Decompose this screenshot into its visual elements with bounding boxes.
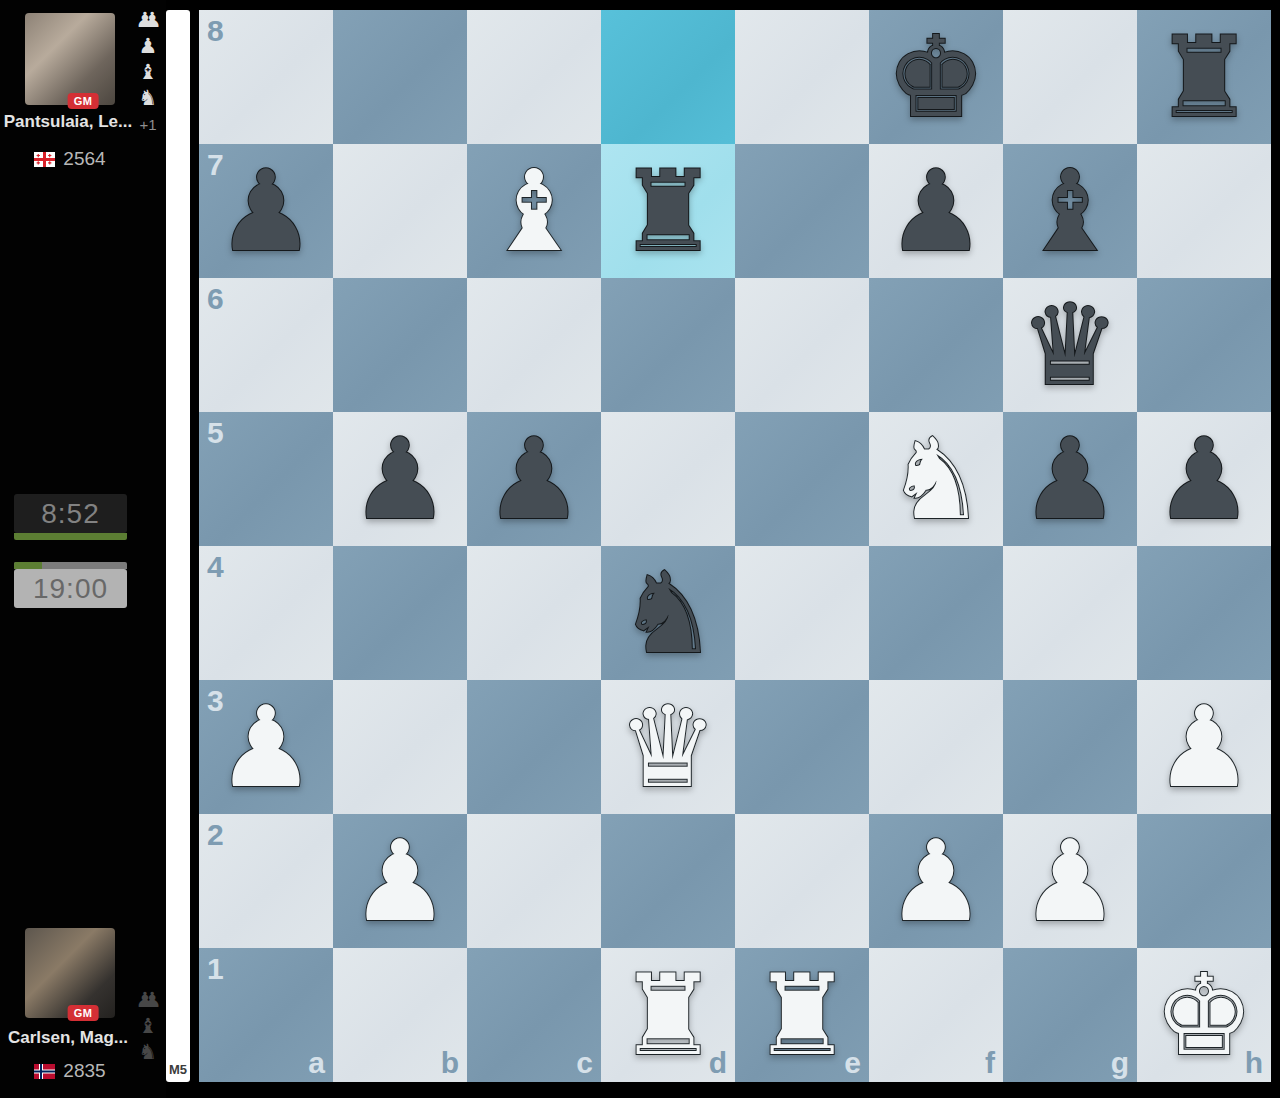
player-name-bottom: Carlsen, Mag... [2,1028,134,1048]
black-king-f8: ♚ [869,10,1003,144]
white-pawn-f2: ♟ [869,814,1003,948]
rank-label-8: 8 [207,16,224,46]
square-g4[interactable] [1003,546,1137,680]
black-pawn-b5: ♟ [333,412,467,546]
gm-title-badge-bottom: GM [68,1005,99,1021]
square-c3[interactable] [467,680,601,814]
square-g8[interactable] [1003,10,1137,144]
square-b6[interactable] [333,278,467,412]
square-a3[interactable]: 3♟ [199,680,333,814]
square-h4[interactable] [1137,546,1271,680]
clock-bottom-player: 19:00 [14,562,127,608]
evaluation-label: M5 [166,1062,190,1077]
square-h3[interactable]: ♟ [1137,680,1271,814]
square-c4[interactable] [467,546,601,680]
rating-row-top: 2564 [0,148,140,170]
white-pawn-h3: ♟ [1137,680,1271,814]
black-rook-h8: ♜ [1137,10,1271,144]
square-g7[interactable]: ♝ [1003,144,1137,278]
square-g5[interactable]: ♟ [1003,412,1137,546]
rank-label-1: 1 [207,954,224,984]
square-d1[interactable]: d♜ [601,948,735,1082]
square-h1[interactable]: h♚ [1137,948,1271,1082]
square-d5[interactable] [601,412,735,546]
rank-label-6: 6 [207,284,224,314]
square-f2[interactable]: ♟ [869,814,1003,948]
black-queen-g6: ♛ [1003,278,1137,412]
square-g1[interactable]: g [1003,948,1137,1082]
square-b5[interactable]: ♟ [333,412,467,546]
white-pawn-a3: ♟ [199,680,333,814]
captured-bishop-icon: ♝ [139,1016,158,1037]
square-h7[interactable] [1137,144,1271,278]
captured-pawn-icon: ♟ [139,36,158,57]
black-bishop-g7: ♝ [1003,144,1137,278]
georgia-flag-icon [34,152,55,167]
captured-pawn-pair-icon: ♟♟ [135,990,160,1011]
captured-bishop-icon: ♝ [139,62,158,83]
player-rating-top: 2564 [63,148,105,170]
rank-label-5: 5 [207,418,224,448]
square-a2[interactable]: 2 [199,814,333,948]
square-e2[interactable] [735,814,869,948]
square-e1[interactable]: e♜ [735,948,869,1082]
clock-progress-top [14,533,127,540]
square-b4[interactable] [333,546,467,680]
square-f5[interactable]: ♞ [869,412,1003,546]
gm-title-badge-top: GM [68,93,99,109]
square-a4[interactable]: 4 [199,546,333,680]
square-d7[interactable]: ♜ [601,144,735,278]
rating-row-bottom: 2835 [0,1060,140,1082]
square-c5[interactable]: ♟ [467,412,601,546]
square-e5[interactable] [735,412,869,546]
square-c7[interactable]: ♝ [467,144,601,278]
captured-pieces-tray-bottom: ♟♟♝♞ [134,990,162,1063]
chess-board: 8♚♜7♟♝♜♟♝6♛5♟♟♞♟♟4♞3♟♛♟2♟♟♟1abcd♜e♜fgh♚ [199,10,1271,1082]
square-b3[interactable] [333,680,467,814]
square-h5[interactable]: ♟ [1137,412,1271,546]
square-h2[interactable] [1137,814,1271,948]
material-advantage: +1 [139,116,156,133]
square-e4[interactable] [735,546,869,680]
square-a1[interactable]: 1a [199,948,333,1082]
square-g6[interactable]: ♛ [1003,278,1137,412]
black-pawn-f7: ♟ [869,144,1003,278]
white-pawn-g2: ♟ [1003,814,1137,948]
square-d8[interactable] [601,10,735,144]
square-b2[interactable]: ♟ [333,814,467,948]
square-b8[interactable] [333,10,467,144]
square-c2[interactable] [467,814,601,948]
square-d4[interactable]: ♞ [601,546,735,680]
black-pawn-a7: ♟ [199,144,333,278]
square-c8[interactable] [467,10,601,144]
black-pawn-c5: ♟ [467,412,601,546]
square-e3[interactable] [735,680,869,814]
rank-label-2: 2 [207,820,224,850]
square-h6[interactable] [1137,278,1271,412]
square-a7[interactable]: 7♟ [199,144,333,278]
captured-knight-icon: ♞ [139,88,158,109]
black-rook-d7: ♜ [601,144,735,278]
norway-flag-icon [34,1064,55,1079]
captured-pieces-tray-top: ♟♟♟♝♞+1 [134,10,162,133]
captured-pawn-pair-icon: ♟♟ [135,10,160,31]
white-knight-f5: ♞ [869,412,1003,546]
square-a5[interactable]: 5 [199,412,333,546]
evaluation-bar: M5 [166,10,190,1082]
square-e7[interactable] [735,144,869,278]
square-f1[interactable]: f [869,948,1003,1082]
player-top-block: GM Pantsulaia, Le... 2564 ♟♟♟♝♞+1 [0,0,166,200]
white-bishop-c7: ♝ [467,144,601,278]
player-rating-bottom: 2835 [63,1060,105,1082]
player-bottom-block: GM Carlsen, Mag... 2835 ♟♟♝♞ [0,920,166,1098]
square-f8[interactable]: ♚ [869,10,1003,144]
square-g3[interactable] [1003,680,1137,814]
black-pawn-g5: ♟ [1003,412,1137,546]
square-d2[interactable] [601,814,735,948]
square-b7[interactable] [333,144,467,278]
clock-time-bottom: 19:00 [14,569,127,608]
square-f7[interactable]: ♟ [869,144,1003,278]
square-f3[interactable] [869,680,1003,814]
square-f4[interactable] [869,546,1003,680]
white-pawn-b2: ♟ [333,814,467,948]
clock-time-top: 8:52 [14,494,127,533]
square-a8[interactable]: 8 [199,10,333,144]
square-d6[interactable] [601,278,735,412]
white-queen-d3: ♛ [601,680,735,814]
square-e6[interactable] [735,278,869,412]
player-sidebar: GM Pantsulaia, Le... 2564 ♟♟♟♝♞+1 8:52 1… [0,0,166,1098]
rank-label-4: 4 [207,552,224,582]
square-e8[interactable] [735,10,869,144]
square-f6[interactable] [869,278,1003,412]
white-rook-d1: ♜ [601,948,735,1082]
file-label-c: c [576,1048,593,1078]
player-name-top: Pantsulaia, Le... [2,112,134,132]
file-label-f: f [985,1048,995,1078]
square-c6[interactable] [467,278,601,412]
square-c1[interactable]: c [467,948,601,1082]
clock-top-player: 8:52 [14,494,127,540]
square-d3[interactable]: ♛ [601,680,735,814]
square-a6[interactable]: 6 [199,278,333,412]
black-knight-d4: ♞ [601,546,735,680]
captured-knight-icon: ♞ [139,1042,158,1063]
square-h8[interactable]: ♜ [1137,10,1271,144]
white-rook-e1: ♜ [735,948,869,1082]
avatar-top-player [25,13,115,105]
white-king-h1: ♚ [1137,948,1271,1082]
file-label-g: g [1111,1048,1129,1078]
square-b1[interactable]: b [333,948,467,1082]
black-pawn-h5: ♟ [1137,412,1271,546]
file-label-a: a [308,1048,325,1078]
clock-progress-bottom [14,562,127,569]
square-g2[interactable]: ♟ [1003,814,1137,948]
file-label-b: b [441,1048,459,1078]
